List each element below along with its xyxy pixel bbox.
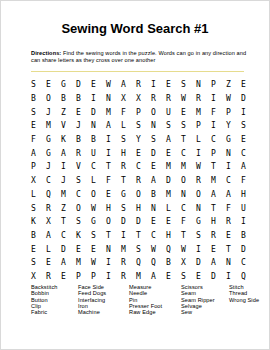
grid-cell-r12c5: S xyxy=(86,229,101,243)
grid-cell-r11c3: T xyxy=(56,215,71,229)
grid-cell-r14c4: M xyxy=(71,256,86,270)
grid-cell-r13c4: E xyxy=(71,242,86,256)
grid-cell-r13c10: Q xyxy=(161,242,176,256)
grid-cell-r15c12: E xyxy=(191,270,206,284)
grid-cell-r12c1: B xyxy=(26,229,41,243)
grid-cell-r1c3: G xyxy=(56,78,71,92)
grid-cell-r2c14: W xyxy=(221,92,236,106)
grid-cell-r3c7: F xyxy=(116,105,131,119)
word-list-column-5: StitchThreadWrong Side xyxy=(229,284,259,315)
grid-cell-r4c7: L xyxy=(116,119,131,133)
grid-cell-r8c13: M xyxy=(206,174,221,188)
grid-cell-r2c7: X xyxy=(116,92,131,106)
grid-cell-r4c5: N xyxy=(86,119,101,133)
word-list: BackstitchBobbinButtonClipFabricFace Sid… xyxy=(31,284,259,315)
grid-cell-r6c3: A xyxy=(56,146,71,160)
grid-cell-r6c5: U xyxy=(86,146,101,160)
grid-cell-r10c5: W xyxy=(86,201,101,215)
grid-cell-r1c12: N xyxy=(191,78,206,92)
grid-cell-r13c9: W xyxy=(146,242,161,256)
grid-cell-r12c11: T xyxy=(176,229,191,243)
grid-cell-r1c15: E xyxy=(236,78,251,92)
grid-cell-r4c6: A xyxy=(101,119,116,133)
grid-cell-r1c2: E xyxy=(41,78,56,92)
grid-cell-r13c8: S xyxy=(131,242,146,256)
grid-cell-r1c14: Z xyxy=(221,78,236,92)
word-list-item: Raw Edge xyxy=(129,309,181,315)
directions-label: Directions: xyxy=(31,50,61,56)
grid-cell-r13c15: D xyxy=(236,242,251,256)
grid-cell-r10c6: H xyxy=(101,201,116,215)
grid-cell-r9c9: B xyxy=(146,188,161,202)
grid-cell-r13c13: E xyxy=(206,242,221,256)
grid-cell-r14c14: N xyxy=(221,256,236,270)
grid-cell-r6c8: E xyxy=(131,146,146,160)
grid-cell-r9c1: L xyxy=(26,188,41,202)
grid-cell-r9c10: M xyxy=(161,188,176,202)
grid-cell-r5c5: B xyxy=(86,133,101,147)
grid-cell-r9c2: Q xyxy=(41,188,56,202)
grid-cell-r2c13: I xyxy=(206,92,221,106)
grid-cell-r8c8: R xyxy=(131,174,146,188)
word-list-item: Machine xyxy=(78,309,129,315)
grid-cell-r4c12: P xyxy=(191,119,206,133)
grid-cell-r4c4: J xyxy=(71,119,86,133)
grid-cell-r14c6: I xyxy=(101,256,116,270)
directions-text: Find the sewing words in the puzzle. Wor… xyxy=(31,50,246,63)
grid-cell-r3c1: S xyxy=(26,105,41,119)
grid-cell-r5c15: E xyxy=(236,133,251,147)
grid-cell-r15c8: M xyxy=(131,270,146,284)
grid-cell-r2c6: N xyxy=(101,92,116,106)
grid-cell-r7c15: A xyxy=(236,160,251,174)
grid-cell-r11c2: X xyxy=(41,215,56,229)
grid-cell-r4c1: E xyxy=(26,119,41,133)
grid-cell-r15c3: E xyxy=(56,270,71,284)
grid-cell-r10c2: R xyxy=(41,201,56,215)
grid-cell-r12c3: C xyxy=(56,229,71,243)
grid-cell-r5c10: A xyxy=(161,133,176,147)
grid-cell-r1c1: S xyxy=(26,78,41,92)
grid-cell-r8c2: C xyxy=(41,174,56,188)
grid-cell-r6c9: D xyxy=(146,146,161,160)
word-list-column-2: Face SideFeed DogsInterfacingIronMachine xyxy=(78,284,129,315)
grid-cell-r13c6: N xyxy=(101,242,116,256)
grid-cell-r10c8: H xyxy=(131,201,146,215)
grid-cell-r12c9: C xyxy=(146,229,161,243)
grid-cell-r15c14: I xyxy=(221,270,236,284)
grid-cell-r11c9: E xyxy=(146,215,161,229)
grid-cell-r1c11: S xyxy=(176,78,191,92)
word-list-item: Fabric xyxy=(31,309,78,315)
grid-cell-r4c10: S xyxy=(161,119,176,133)
grid-cell-r10c1: S xyxy=(26,201,41,215)
grid-cell-r13c1: E xyxy=(26,242,41,256)
grid-cell-r3c14: P xyxy=(221,105,236,119)
grid-cell-r9c11: N xyxy=(176,188,191,202)
grid-cell-r2c10: R xyxy=(161,92,176,106)
grid-cell-r10c7: S xyxy=(116,201,131,215)
grid-cell-r14c9: Q xyxy=(146,256,161,270)
word-search-grid: SEGDEWARIESNPZEBOBBINXXRRWRIWDSJZEDMFPOU… xyxy=(26,78,251,283)
grid-cell-r15c5: P xyxy=(86,270,101,284)
grid-cell-r7c4: V xyxy=(71,160,86,174)
grid-cell-r4c15: S xyxy=(236,119,251,133)
grid-cell-r8c9: A xyxy=(146,174,161,188)
grid-cell-r7c6: T xyxy=(101,160,116,174)
grid-cell-r3c4: E xyxy=(71,105,86,119)
grid-cell-r6c14: N xyxy=(221,146,236,160)
grid-cell-r7c7: R xyxy=(116,160,131,174)
grid-cell-r8c4: S xyxy=(71,174,86,188)
grid-cell-r10c4: O xyxy=(71,201,86,215)
grid-cell-r2c4: B xyxy=(71,92,86,106)
grid-cell-r3c15: I xyxy=(236,105,251,119)
grid-cell-r14c10: B xyxy=(161,256,176,270)
grid-cell-r7c10: M xyxy=(161,160,176,174)
grid-cell-r12c15: B xyxy=(236,229,251,243)
word-list-item: Sew xyxy=(181,309,229,315)
grid-cell-r11c13: H xyxy=(206,215,221,229)
grid-cell-r4c9: N xyxy=(146,119,161,133)
grid-cell-r11c8: D xyxy=(131,215,146,229)
grid-cell-r13c12: I xyxy=(191,242,206,256)
grid-cell-r11c4: S xyxy=(71,215,86,229)
grid-cell-r10c12: N xyxy=(191,201,206,215)
grid-cell-r2c8: X xyxy=(131,92,146,106)
grid-cell-r5c1: F xyxy=(26,133,41,147)
grid-cell-r2c9: R xyxy=(146,92,161,106)
grid-cell-r15c9: A xyxy=(146,270,161,284)
grid-cell-r9c15: H xyxy=(236,188,251,202)
grid-cell-r15c10: E xyxy=(161,270,176,284)
grid-cell-r10c15: U xyxy=(236,201,251,215)
grid-cell-r9c14: A xyxy=(221,188,236,202)
grid-cell-r13c3: D xyxy=(56,242,71,256)
grid-cell-r9c7: G xyxy=(116,188,131,202)
grid-cell-r1c6: W xyxy=(101,78,116,92)
grid-cell-r8c3: J xyxy=(56,174,71,188)
grid-cell-r8c14: C xyxy=(221,174,236,188)
grid-cell-r12c13: R xyxy=(206,229,221,243)
grid-cell-r6c12: I xyxy=(191,146,206,160)
grid-cell-r1c5: E xyxy=(86,78,101,92)
grid-cell-r5c4: B xyxy=(71,133,86,147)
grid-cell-r11c10: E xyxy=(161,215,176,229)
grid-cell-r6c11: C xyxy=(176,146,191,160)
grid-cell-r1c13: P xyxy=(206,78,221,92)
grid-cell-r7c2: J xyxy=(41,160,56,174)
grid-cell-r10c13: T xyxy=(206,201,221,215)
grid-cell-r5c7: S xyxy=(116,133,131,147)
grid-cell-r15c7: R xyxy=(116,270,131,284)
grid-cell-r13c14: T xyxy=(221,242,236,256)
grid-cell-r7c5: C xyxy=(86,160,101,174)
grid-cell-r14c7: R xyxy=(116,256,131,270)
grid-cell-r15c15: Q xyxy=(236,270,251,284)
grid-cell-r12c7: I xyxy=(116,229,131,243)
grid-cell-r11c7: D xyxy=(116,215,131,229)
grid-cell-r3c11: E xyxy=(176,105,191,119)
grid-cell-r5c12: L xyxy=(191,133,206,147)
grid-cell-r4c11: S xyxy=(176,119,191,133)
grid-cell-r9c5: O xyxy=(86,188,101,202)
grid-cell-r3c13: F xyxy=(206,105,221,119)
grid-cell-r11c6: O xyxy=(101,215,116,229)
grid-cell-r3c5: D xyxy=(86,105,101,119)
grid-cell-r12c14: E xyxy=(221,229,236,243)
grid-cell-r1c10: E xyxy=(161,78,176,92)
grid-cell-r9c3: M xyxy=(56,188,71,202)
page-title: Sewing Word Search #1 xyxy=(1,21,269,36)
grid-cell-r10c11: C xyxy=(176,201,191,215)
grid-cell-r7c14: I xyxy=(221,160,236,174)
grid-cell-r7c1: P xyxy=(26,160,41,174)
grid-cell-r12c4: K xyxy=(71,229,86,243)
grid-cell-r1c8: R xyxy=(131,78,146,92)
grid-cell-r8c6: F xyxy=(101,174,116,188)
grid-cell-r5c14: G xyxy=(221,133,236,147)
grid-cell-r6c4: R xyxy=(71,146,86,160)
grid-cell-r15c1: X xyxy=(26,270,41,284)
grid-cell-r5c11: T xyxy=(176,133,191,147)
grid-cell-r4c8: S xyxy=(131,119,146,133)
grid-cell-r9c8: O xyxy=(131,188,146,202)
grid-cell-r12c10: H xyxy=(161,229,176,243)
word-list-column-3: MeasureNeedlePinPresser FootRaw Edge xyxy=(129,284,181,315)
grid-cell-r14c3: A xyxy=(56,256,71,270)
grid-cell-r9c6: E xyxy=(101,188,116,202)
grid-cell-r6c10: E xyxy=(161,146,176,160)
word-list-column-1: BackstitchBobbinButtonClipFabric xyxy=(31,284,78,315)
grid-cell-r7c11: M xyxy=(176,160,191,174)
grid-cell-r11c5: G xyxy=(86,215,101,229)
grid-cell-r4c13: I xyxy=(206,119,221,133)
grid-cell-r14c5: W xyxy=(86,256,101,270)
grid-cell-r4c14: Y xyxy=(221,119,236,133)
grid-cell-r10c3: Z xyxy=(56,201,71,215)
grid-cell-r8c5: L xyxy=(86,174,101,188)
grid-cell-r14c12: D xyxy=(191,256,206,270)
grid-cell-r8c12: R xyxy=(191,174,206,188)
grid-cell-r5c3: K xyxy=(56,133,71,147)
grid-cell-r14c11: X xyxy=(176,256,191,270)
grid-cell-r3c12: M xyxy=(191,105,206,119)
grid-cell-r3c6: M xyxy=(101,105,116,119)
grid-cell-r13c2: L xyxy=(41,242,56,256)
grid-cell-r6c2: G xyxy=(41,146,56,160)
grid-cell-r8c7: T xyxy=(116,174,131,188)
grid-cell-r14c13: A xyxy=(206,256,221,270)
grid-cell-r12c12: S xyxy=(191,229,206,243)
grid-cell-r2c12: R xyxy=(191,92,206,106)
directions: Directions: Find the sewing words in the… xyxy=(31,50,247,64)
grid-cell-r9c13: A xyxy=(206,188,221,202)
grid-cell-r9c4: C xyxy=(71,188,86,202)
grid-cell-r3c9: O xyxy=(146,105,161,119)
grid-cell-r7c8: C xyxy=(131,160,146,174)
grid-cell-r12c6: T xyxy=(101,229,116,243)
grid-cell-r8c15: F xyxy=(236,174,251,188)
grid-cell-r1c4: D xyxy=(71,78,86,92)
grid-cell-r6c7: H xyxy=(116,146,131,160)
grid-cell-r11c1: K xyxy=(26,215,41,229)
grid-cell-r7c12: W xyxy=(191,160,206,174)
grid-cell-r15c2: R xyxy=(41,270,56,284)
divider-rule xyxy=(31,71,244,72)
grid-cell-r15c11: S xyxy=(176,270,191,284)
grid-cell-r14c1: S xyxy=(26,256,41,270)
grid-cell-r8c10: D xyxy=(161,174,176,188)
grid-cell-r2c1: B xyxy=(26,92,41,106)
grid-cell-r6c1: A xyxy=(26,146,41,160)
grid-cell-r3c2: J xyxy=(41,105,56,119)
grid-cell-r2c2: O xyxy=(41,92,56,106)
grid-cell-r6c6: I xyxy=(101,146,116,160)
grid-cell-r2c3: B xyxy=(56,92,71,106)
grid-cell-r5c13: C xyxy=(206,133,221,147)
grid-cell-r5c6: I xyxy=(101,133,116,147)
grid-cell-r4c3: V xyxy=(56,119,71,133)
grid-cell-r13c5: E xyxy=(86,242,101,256)
grid-cell-r12c8: T xyxy=(131,229,146,243)
grid-cell-r7c9: E xyxy=(146,160,161,174)
grid-cell-r6c13: P xyxy=(206,146,221,160)
grid-cell-r1c9: I xyxy=(146,78,161,92)
grid-cell-r14c8: Q xyxy=(131,256,146,270)
grid-cell-r11c11: F xyxy=(176,215,191,229)
grid-cell-r10c14: F xyxy=(221,201,236,215)
grid-cell-r7c3: I xyxy=(56,160,71,174)
grid-cell-r2c11: W xyxy=(176,92,191,106)
grid-cell-r9c12: O xyxy=(191,188,206,202)
grid-cell-r5c8: Y xyxy=(131,133,146,147)
grid-cell-r15c6: I xyxy=(101,270,116,284)
grid-cell-r12c2: A xyxy=(41,229,56,243)
grid-cell-r15c4: P xyxy=(71,270,86,284)
grid-cell-r3c8: P xyxy=(131,105,146,119)
grid-cell-r5c9: S xyxy=(146,133,161,147)
grid-cell-r10c9: N xyxy=(146,201,161,215)
word-list-item: Wrong Side xyxy=(229,297,259,303)
worksheet-page: Sewing Word Search #1 Directions: Find t… xyxy=(0,0,270,350)
grid-cell-r5c2: G xyxy=(41,133,56,147)
grid-cell-r7c13: T xyxy=(206,160,221,174)
grid-cell-r2c15: D xyxy=(236,92,251,106)
grid-cell-r14c2: E xyxy=(41,256,56,270)
grid-cell-r11c15: I xyxy=(236,215,251,229)
grid-cell-r10c10: L xyxy=(161,201,176,215)
grid-cell-r3c3: Z xyxy=(56,105,71,119)
grid-cell-r15c13: D xyxy=(206,270,221,284)
grid-cell-r11c12: G xyxy=(191,215,206,229)
word-list-column-4: ScissorsSeamSeam RipperSelvageSew xyxy=(181,284,229,315)
grid-cell-r13c11: W xyxy=(176,242,191,256)
grid-cell-r1c7: A xyxy=(116,78,131,92)
grid-cell-r2c5: I xyxy=(86,92,101,106)
grid-cell-r8c1: X xyxy=(26,174,41,188)
grid-cell-r3c10: U xyxy=(161,105,176,119)
grid-cell-r8c11: O xyxy=(176,174,191,188)
grid-cell-r11c14: R xyxy=(221,215,236,229)
grid-cell-r13c7: M xyxy=(116,242,131,256)
grid-cell-r14c15: C xyxy=(236,256,251,270)
grid-cell-r6c15: C xyxy=(236,146,251,160)
grid-cell-r4c2: M xyxy=(41,119,56,133)
